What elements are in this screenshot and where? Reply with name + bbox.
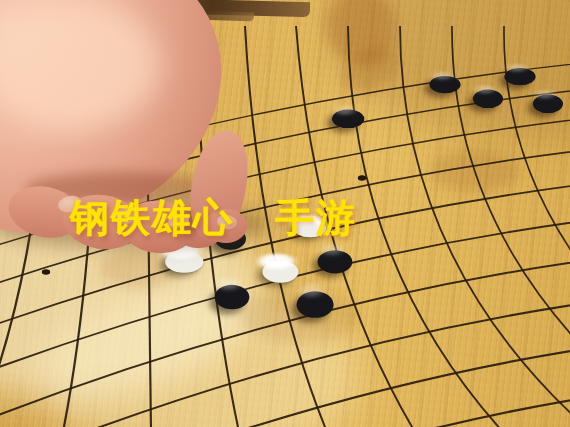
stone-black-5: ● — [320, 101, 376, 133]
black-stone-glyph: ● — [208, 265, 257, 322]
black-stone-glyph: ● — [527, 79, 569, 122]
stone-black-4: ● — [522, 85, 570, 117]
stone-black-3: ● — [462, 80, 514, 112]
black-stone-glyph: ● — [289, 269, 341, 331]
caption-text: 钢铁雄心 手游 — [70, 191, 357, 245]
black-stone-glyph: ● — [467, 74, 509, 117]
stone-black-11: ● — [202, 272, 262, 314]
black-stone-glyph: ● — [325, 95, 371, 138]
go-board-photo: ●●●●●●●●●●●● 钢铁雄心 手游 — [0, 0, 570, 427]
black-stone-glyph: ● — [423, 62, 467, 103]
stone-black-12: ● — [283, 277, 347, 323]
